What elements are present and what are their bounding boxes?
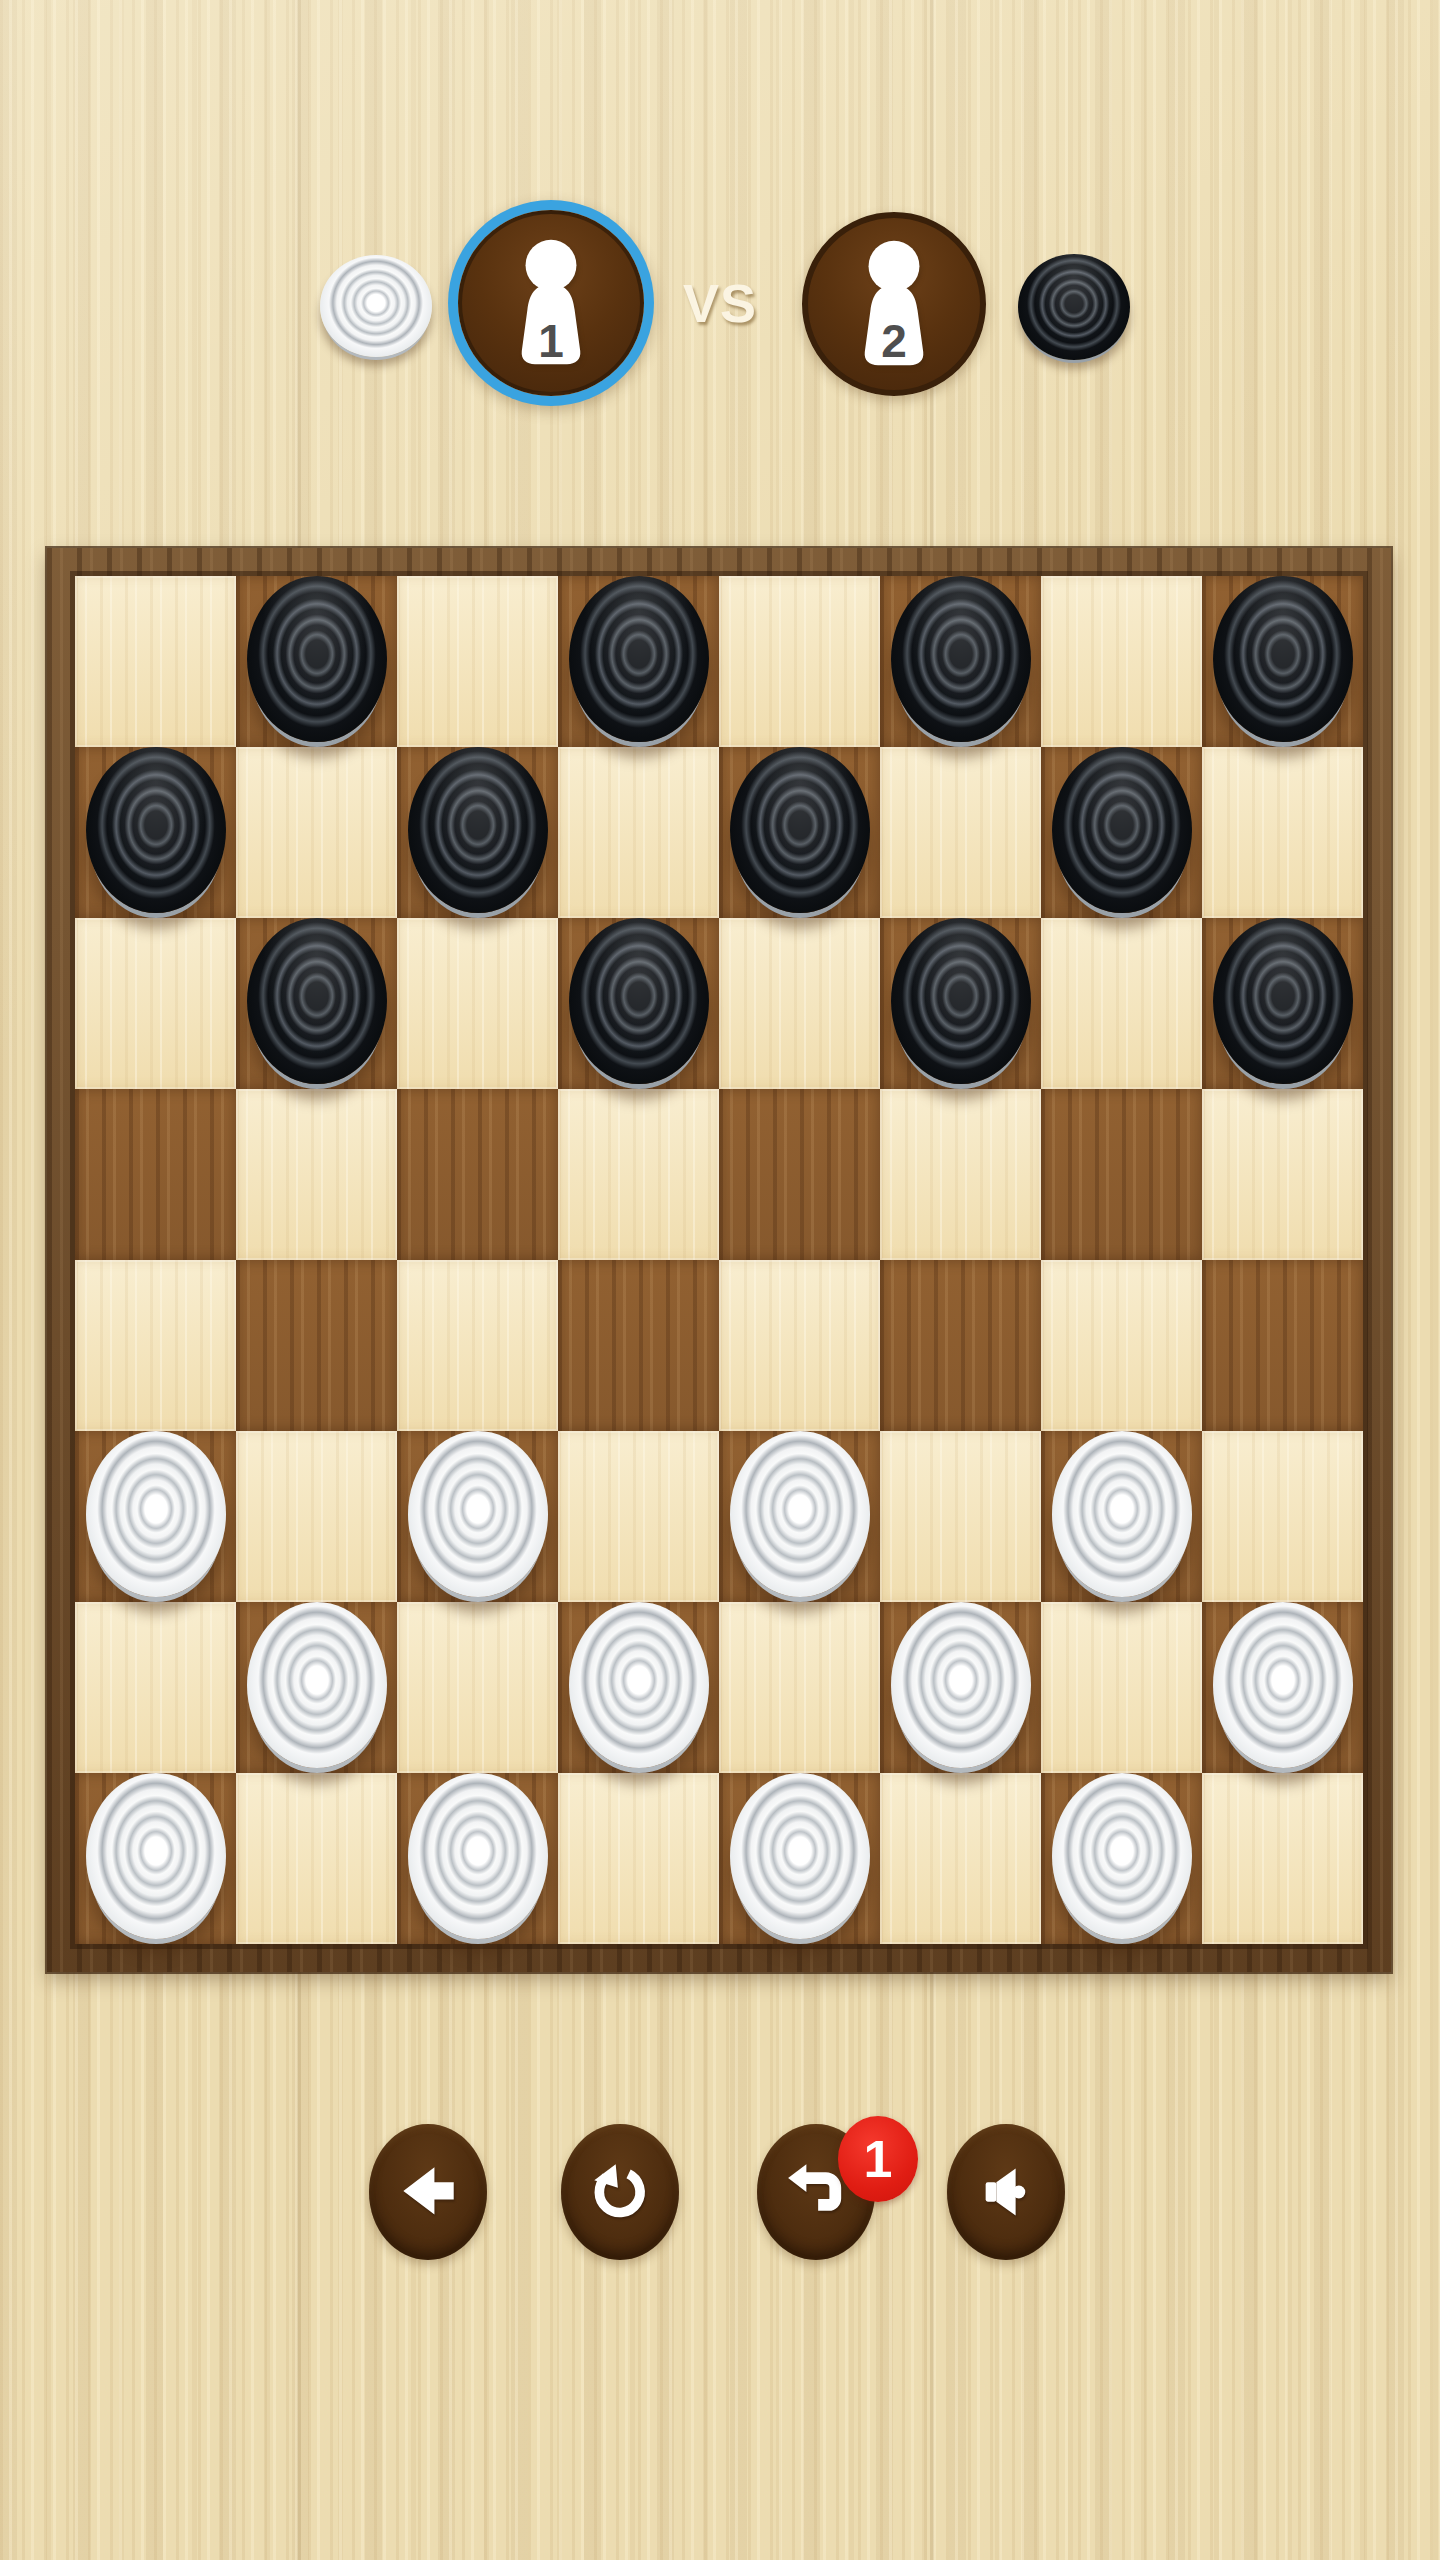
black-checker[interactable]	[569, 918, 709, 1084]
black-checker[interactable]	[247, 576, 387, 742]
board-square-light	[75, 576, 236, 747]
board-square-dark[interactable]	[719, 1431, 880, 1602]
vs-label: VS	[656, 272, 784, 334]
black-checker[interactable]	[891, 918, 1031, 1084]
board-square-dark[interactable]	[75, 1773, 236, 1944]
board-square-dark[interactable]	[75, 1431, 236, 1602]
white-checker[interactable]	[569, 1602, 709, 1768]
board-square-dark[interactable]	[558, 576, 719, 747]
black-checker[interactable]	[569, 576, 709, 742]
board-square-light	[880, 747, 1041, 918]
board-square-light	[1202, 1773, 1363, 1944]
white-checker[interactable]	[1213, 1602, 1353, 1768]
undo-arrow-icon	[786, 2162, 846, 2222]
board-square-dark[interactable]	[558, 1602, 719, 1773]
board-square-light	[236, 1773, 397, 1944]
board-square-dark[interactable]	[236, 576, 397, 747]
board-square-dark[interactable]	[1041, 1431, 1202, 1602]
board-square-light	[236, 1431, 397, 1602]
board-square-light	[397, 918, 558, 1089]
speaker-icon	[976, 2162, 1036, 2222]
back-button[interactable]	[369, 2124, 487, 2260]
black-checker[interactable]	[891, 576, 1031, 742]
board-square-light	[719, 1602, 880, 1773]
board-square-dark[interactable]	[1202, 576, 1363, 747]
board-square-light	[719, 1260, 880, 1431]
board-square-light	[75, 1260, 236, 1431]
board-square-dark[interactable]	[880, 1602, 1041, 1773]
board-square-light	[1041, 1602, 1202, 1773]
board-square-light	[75, 1602, 236, 1773]
board-square-light	[1041, 1260, 1202, 1431]
board-square-dark[interactable]	[1041, 1089, 1202, 1260]
black-checker[interactable]	[1213, 918, 1353, 1084]
board-square-dark[interactable]	[719, 747, 880, 918]
white-checker[interactable]	[247, 1602, 387, 1768]
black-checker[interactable]	[730, 747, 870, 913]
board-square-dark[interactable]	[75, 1089, 236, 1260]
board-square-dark[interactable]	[880, 1260, 1041, 1431]
board-square-light	[558, 1773, 719, 1944]
player2-badge: 2	[802, 212, 986, 396]
sound-button[interactable]	[947, 2124, 1065, 2260]
board-square-dark[interactable]	[1202, 1602, 1363, 1773]
board-square-light	[1202, 747, 1363, 918]
board-square-dark[interactable]	[236, 1602, 397, 1773]
white-checker[interactable]	[891, 1602, 1031, 1768]
black-checker[interactable]	[1213, 576, 1353, 742]
white-checker[interactable]	[86, 1773, 226, 1939]
board-square-dark[interactable]	[397, 1431, 558, 1602]
back-arrow-icon	[398, 2162, 458, 2222]
board-square-light	[880, 1773, 1041, 1944]
board-square-light	[1041, 918, 1202, 1089]
board-square-light	[880, 1089, 1041, 1260]
black-checker-icon	[1018, 254, 1130, 360]
white-checker[interactable]	[408, 1773, 548, 1939]
board-grid	[75, 576, 1363, 1944]
white-checker[interactable]	[86, 1431, 226, 1597]
black-checker[interactable]	[1052, 747, 1192, 913]
board-square-dark[interactable]	[236, 1260, 397, 1431]
board-square-light	[719, 918, 880, 1089]
board-square-dark[interactable]	[1202, 1260, 1363, 1431]
black-checker[interactable]	[86, 747, 226, 913]
board-square-light	[558, 1431, 719, 1602]
board-square-dark[interactable]	[75, 747, 236, 918]
board-square-dark[interactable]	[558, 1260, 719, 1431]
board-square-light	[719, 576, 880, 747]
black-checker[interactable]	[247, 918, 387, 1084]
white-checker[interactable]	[1052, 1431, 1192, 1597]
board-square-dark[interactable]	[397, 1089, 558, 1260]
board-square-light	[236, 747, 397, 918]
board-square-light	[880, 1431, 1041, 1602]
white-checker[interactable]	[730, 1431, 870, 1597]
board-square-dark[interactable]	[880, 918, 1041, 1089]
board-square-dark[interactable]	[397, 1773, 558, 1944]
white-checker-icon	[320, 255, 432, 357]
board-square-light	[397, 1260, 558, 1431]
restart-button[interactable]	[561, 2124, 679, 2260]
board-square-light	[236, 1089, 397, 1260]
app-screen: 1 VS 2 1	[0, 0, 1440, 2560]
white-checker[interactable]	[730, 1773, 870, 1939]
restart-icon	[590, 2162, 650, 2222]
board-square-dark[interactable]	[1041, 747, 1202, 918]
board-square-dark[interactable]	[1202, 918, 1363, 1089]
checkers-board	[47, 548, 1391, 1972]
board-square-dark[interactable]	[1041, 1773, 1202, 1944]
black-checker[interactable]	[408, 747, 548, 913]
board-square-light	[1202, 1089, 1363, 1260]
player1-number: 1	[462, 314, 640, 368]
white-checker[interactable]	[1052, 1773, 1192, 1939]
board-square-light	[558, 747, 719, 918]
board-square-light	[397, 1602, 558, 1773]
board-square-dark[interactable]	[719, 1773, 880, 1944]
player2-number: 2	[808, 314, 980, 368]
undo-count-badge: 1	[838, 2116, 918, 2202]
white-checker[interactable]	[408, 1431, 548, 1597]
board-square-dark[interactable]	[558, 918, 719, 1089]
board-square-dark[interactable]	[236, 918, 397, 1089]
board-square-light	[397, 576, 558, 747]
player1-badge: 1	[458, 210, 644, 396]
board-square-light	[1041, 576, 1202, 747]
board-square-dark[interactable]	[719, 1089, 880, 1260]
board-square-light	[1202, 1431, 1363, 1602]
board-square-light	[75, 918, 236, 1089]
board-square-dark[interactable]	[880, 576, 1041, 747]
board-square-dark[interactable]	[397, 747, 558, 918]
board-square-light	[558, 1089, 719, 1260]
